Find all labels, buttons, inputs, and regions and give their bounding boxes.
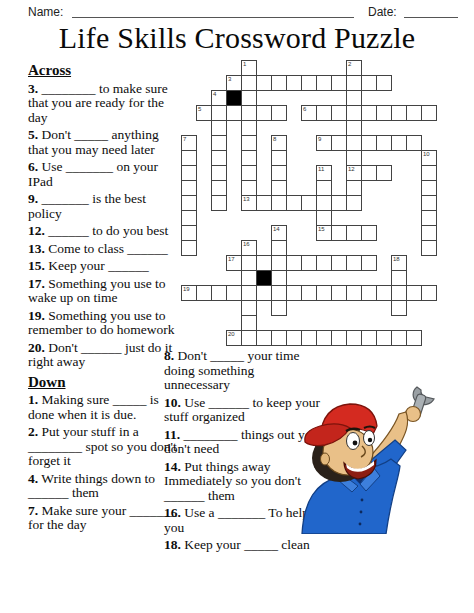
cell-number: 12 xyxy=(348,166,355,172)
grid-cell[interactable] xyxy=(376,285,392,301)
grid-cell[interactable] xyxy=(421,195,437,211)
grid-cell[interactable] xyxy=(211,150,227,166)
grid-cell[interactable] xyxy=(376,330,392,346)
clue-across-6: 6. Use _______ on your IPad xyxy=(28,160,180,189)
clue-across-15: 15. Keep your ______ xyxy=(28,259,180,274)
grid-cell[interactable] xyxy=(241,90,257,106)
grid-cell[interactable] xyxy=(316,105,332,121)
cell-number: 17 xyxy=(228,256,235,262)
grid-cell[interactable] xyxy=(271,270,287,286)
cell-number: 10 xyxy=(423,151,430,157)
grid-cell[interactable] xyxy=(211,195,227,211)
page-title: Life Skills Crossword Puzzle xyxy=(0,21,474,55)
grid-cell[interactable] xyxy=(271,75,287,91)
grid-cell[interactable] xyxy=(391,270,407,286)
clue-down-1: 1. Making sure _____ is done when it is … xyxy=(28,393,180,422)
grid-cell[interactable]: 20 xyxy=(226,330,242,346)
grid-cell[interactable]: 16 xyxy=(241,240,257,256)
grid-cell[interactable] xyxy=(256,75,272,91)
grid-cell[interactable] xyxy=(241,330,257,346)
grid-cell[interactable]: 1 xyxy=(241,60,257,76)
grid-cell[interactable] xyxy=(181,210,197,226)
grid-cell[interactable] xyxy=(361,285,377,301)
grid-cell[interactable] xyxy=(361,255,377,271)
name-blank-line[interactable] xyxy=(72,4,354,18)
grid-cell[interactable] xyxy=(316,180,332,196)
grid-cell[interactable] xyxy=(241,255,257,271)
grid-cell[interactable] xyxy=(286,75,302,91)
grid-cell[interactable] xyxy=(391,330,407,346)
grid-cell[interactable] xyxy=(226,285,242,301)
clue-across-12: 12. ______ to do you best xyxy=(28,224,180,239)
grid-cell[interactable] xyxy=(256,105,272,121)
grid-cell[interactable] xyxy=(301,75,317,91)
clue-down-18: 18. Keep your _____ clean xyxy=(164,538,322,553)
grid-cell[interactable]: 8 xyxy=(271,135,287,151)
grid-cell[interactable] xyxy=(241,180,257,196)
grid-cell[interactable] xyxy=(376,105,392,121)
grid-cell[interactable] xyxy=(256,285,272,301)
down-clue-list-part1: 1. Making sure _____ is done when it is … xyxy=(28,393,180,533)
grid-cell[interactable] xyxy=(271,255,287,271)
grid-cell[interactable] xyxy=(331,330,347,346)
grid-cell[interactable] xyxy=(181,165,197,181)
grid-cell[interactable] xyxy=(271,330,287,346)
grid-cell[interactable] xyxy=(421,240,437,256)
grid-cell[interactable] xyxy=(241,300,257,316)
grid-cell[interactable] xyxy=(406,285,422,301)
cell-number: 11 xyxy=(318,166,324,172)
grid-cell[interactable] xyxy=(241,270,257,286)
grid-cell[interactable] xyxy=(421,105,437,121)
grid-cell[interactable]: 14 xyxy=(271,225,287,241)
cell-number: 14 xyxy=(273,226,280,232)
grid-cell[interactable]: 9 xyxy=(316,135,332,151)
grid-cell[interactable]: 2 xyxy=(346,60,362,76)
grid-cell[interactable] xyxy=(346,195,362,211)
grid-cell[interactable] xyxy=(181,195,197,211)
cell-number: 2 xyxy=(348,61,351,67)
grid-cell[interactable] xyxy=(316,285,332,301)
grid-cell[interactable] xyxy=(241,315,257,331)
clue-across-19: 19. Something you use to remember to do … xyxy=(28,309,180,338)
grid-cell[interactable] xyxy=(211,135,227,151)
grid-cell[interactable] xyxy=(196,285,212,301)
grid-cell[interactable] xyxy=(241,120,257,136)
grid-cell[interactable] xyxy=(211,105,227,121)
grid-cell[interactable]: 12 xyxy=(346,165,362,181)
grid-cell[interactable] xyxy=(301,255,317,271)
grid-cell[interactable] xyxy=(286,330,302,346)
grid-cell[interactable] xyxy=(286,195,302,211)
clue-down-4: 4. Write things down to ______ them xyxy=(28,472,180,501)
grid-cell[interactable] xyxy=(256,330,272,346)
handyman-head xyxy=(305,404,377,482)
grid-cell[interactable] xyxy=(376,75,392,91)
grid-cell[interactable] xyxy=(181,240,197,256)
grid-cell[interactable] xyxy=(316,75,332,91)
cell-number: 13 xyxy=(243,196,250,202)
cell-number: 1 xyxy=(243,61,246,67)
grid-cell[interactable] xyxy=(391,285,407,301)
grid-cell[interactable] xyxy=(316,255,332,271)
grid-cell[interactable] xyxy=(331,255,347,271)
grid-cell[interactable] xyxy=(406,135,422,151)
grid-cell[interactable] xyxy=(211,285,227,301)
grid-cell[interactable] xyxy=(271,300,287,316)
grid-cell[interactable]: 15 xyxy=(316,225,332,241)
grid-cell[interactable] xyxy=(181,150,197,166)
clue-down-2: 2. Put your stuff in a ________ spot so … xyxy=(28,425,180,469)
clue-across-9: 9. _______ is the best policy xyxy=(28,192,180,221)
grid-cell[interactable]: 11 xyxy=(316,165,332,181)
grid-cell[interactable]: 3 xyxy=(226,75,242,91)
grid-cell[interactable] xyxy=(316,330,332,346)
cell-number: 19 xyxy=(183,286,190,292)
grid-cell[interactable] xyxy=(301,195,317,211)
date-label: Date: xyxy=(368,5,397,19)
grid-cell[interactable] xyxy=(331,135,347,151)
grid-cell[interactable] xyxy=(391,135,407,151)
grid-cell[interactable] xyxy=(241,105,257,121)
grid-cell[interactable] xyxy=(346,105,362,121)
grid-cell[interactable] xyxy=(211,120,227,136)
grid-cell[interactable]: 10 xyxy=(421,150,437,166)
grid-cell[interactable] xyxy=(421,165,437,181)
grid-cell[interactable] xyxy=(421,180,437,196)
cell-number: 20 xyxy=(228,331,235,337)
cell-number: 8 xyxy=(273,136,276,142)
grid-cell[interactable] xyxy=(346,75,362,91)
grid-cell[interactable] xyxy=(346,135,362,151)
grid-cell[interactable]: 19 xyxy=(181,285,197,301)
grid-cell[interactable] xyxy=(271,105,287,121)
crossword-grid: 1234567891011121314151617181920 xyxy=(181,60,439,348)
grid-cell[interactable] xyxy=(346,330,362,346)
grid-cell[interactable] xyxy=(211,165,227,181)
grid-cell[interactable] xyxy=(271,150,287,166)
grid-cell[interactable] xyxy=(361,330,377,346)
black-cell xyxy=(256,270,272,286)
grid-cell[interactable] xyxy=(331,225,347,241)
grid-cell[interactable] xyxy=(271,195,287,211)
across-heading: Across xyxy=(28,63,180,78)
grid-cell[interactable] xyxy=(286,285,302,301)
grid-cell[interactable] xyxy=(346,180,362,196)
grid-cell[interactable] xyxy=(346,225,362,241)
grid-cell[interactable] xyxy=(181,180,197,196)
grid-cell[interactable] xyxy=(361,165,377,181)
grid-cell[interactable] xyxy=(316,195,332,211)
grid-cell[interactable] xyxy=(271,180,287,196)
cell-number: 5 xyxy=(198,106,201,112)
grid-cell[interactable] xyxy=(271,285,287,301)
grid-cell[interactable] xyxy=(256,255,272,271)
grid-cell[interactable] xyxy=(361,75,377,91)
grid-cell[interactable] xyxy=(376,165,392,181)
grid-cell[interactable] xyxy=(346,285,362,301)
cell-number: 3 xyxy=(228,76,231,82)
down-heading: Down xyxy=(28,375,180,390)
grid-cell[interactable] xyxy=(301,330,317,346)
cell-number: 9 xyxy=(318,136,321,142)
grid-cell[interactable] xyxy=(271,165,287,181)
grid-cell[interactable] xyxy=(286,255,302,271)
grid-cell[interactable] xyxy=(241,75,257,91)
grid-cell[interactable] xyxy=(346,150,362,166)
cell-number: 16 xyxy=(243,241,250,247)
across-clue-list: 3. ________ to make sure that you are re… xyxy=(28,82,180,370)
grid-cell[interactable] xyxy=(391,105,407,121)
grid-cell[interactable] xyxy=(361,225,377,241)
grid-cell[interactable] xyxy=(391,300,407,316)
handyman-cartoon xyxy=(296,384,448,534)
cell-number: 4 xyxy=(213,91,216,97)
grid-cell[interactable] xyxy=(346,120,362,136)
grid-cell[interactable] xyxy=(256,195,272,211)
grid-cell[interactable] xyxy=(406,105,422,121)
grid-cell[interactable] xyxy=(421,225,437,241)
grid-cell[interactable] xyxy=(241,165,257,181)
grid-cell[interactable]: 18 xyxy=(391,255,407,271)
grid-cell[interactable] xyxy=(316,210,332,226)
clue-across-17: 17. Something you use to wake up on time xyxy=(28,277,180,306)
grid-cell[interactable] xyxy=(241,285,257,301)
grid-cell[interactable] xyxy=(346,255,362,271)
grid-cell[interactable] xyxy=(421,285,437,301)
grid-cell[interactable] xyxy=(331,285,347,301)
grid-cell[interactable] xyxy=(271,240,287,256)
grid-cell[interactable] xyxy=(376,135,392,151)
grid-cell[interactable] xyxy=(361,105,377,121)
grid-cell[interactable] xyxy=(331,195,347,211)
date-blank-line[interactable] xyxy=(404,4,458,18)
grid-cell[interactable]: 17 xyxy=(226,255,242,271)
clues-left-column: Across 3. ________ to make sure that you… xyxy=(28,63,180,536)
grid-cell[interactable] xyxy=(361,135,377,151)
grid-cell[interactable] xyxy=(331,105,347,121)
cell-number: 18 xyxy=(393,256,400,262)
grid-cell[interactable] xyxy=(331,75,347,91)
grid-cell[interactable] xyxy=(241,135,257,151)
grid-cell[interactable] xyxy=(346,90,362,106)
cell-number: 15 xyxy=(318,226,325,232)
black-cell xyxy=(226,90,242,106)
cell-number: 7 xyxy=(183,136,186,142)
clue-across-3: 3. ________ to make sure that you are re… xyxy=(28,82,180,126)
grid-cell[interactable] xyxy=(211,180,227,196)
grid-cell[interactable]: 4 xyxy=(211,90,227,106)
grid-cell[interactable] xyxy=(241,150,257,166)
grid-cell[interactable] xyxy=(181,225,197,241)
grid-cell[interactable] xyxy=(301,285,317,301)
grid-cell[interactable] xyxy=(406,330,422,346)
grid-cell[interactable] xyxy=(226,105,242,121)
name-label: Name: xyxy=(28,5,63,19)
cell-number: 6 xyxy=(303,106,306,112)
grid-cell[interactable]: 7 xyxy=(181,135,197,151)
clue-down-7: 7. Make sure your _______ for the day xyxy=(28,504,180,533)
grid-cell[interactable]: 6 xyxy=(301,105,317,121)
grid-cell[interactable]: 5 xyxy=(196,105,212,121)
grid-cell[interactable]: 13 xyxy=(241,195,257,211)
clue-across-5: 5. Don't _____ anything that you may nee… xyxy=(28,128,180,157)
grid-cell[interactable] xyxy=(421,210,437,226)
clue-across-20: 20. Don't ______ just do it right away xyxy=(28,341,180,370)
clue-across-13: 13. Come to class ______ xyxy=(28,242,180,257)
